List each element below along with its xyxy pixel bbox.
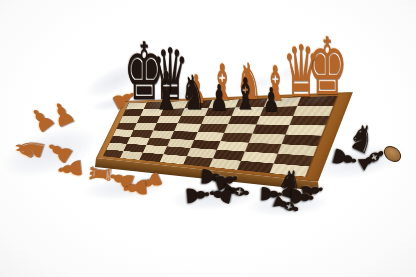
chess-piece-dark-pawn-f7[interactable]: ♟: [262, 83, 279, 116]
pieces-layer: ♚♛♟♝♞♝♛♚♝♞♟♝♟♟♟♞♟♟♜♟♟♟♟♟♟♝♟♟♞♟♝♟♟♞♟♝: [0, 0, 416, 277]
chess-piece-dark-pawn-d7[interactable]: ♟: [209, 81, 228, 117]
fallen-piece-light-pawn[interactable]: ♟: [120, 176, 152, 200]
chess-piece-dark-bishop-e7[interactable]: ♝: [234, 73, 257, 117]
chess-piece-dark-knight-c7[interactable]: ♞: [180, 69, 205, 117]
chess-piece-dark-bishop-b7[interactable]: ♝: [153, 64, 180, 117]
fallen-piece-light-pawn[interactable]: ♟: [55, 157, 88, 182]
scene: ♚♛♟♝♞♝♛♚♝♞♟♝♟♟♟♞♟♟♜♟♟♟♟♟♟♝♟♟♞♟♝♟♟♞♟♝: [0, 0, 416, 277]
chess-piece-light-queen-g8[interactable]: ♛: [283, 36, 320, 107]
